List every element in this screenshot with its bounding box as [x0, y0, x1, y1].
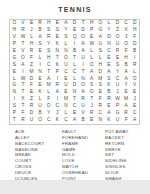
- grid-cell-r4c6: K: [53, 41, 62, 48]
- grid-cell-r2c14: X: [122, 27, 131, 34]
- grid-cell-r11c15: E: [130, 89, 139, 96]
- grid-cell-r12c8: T: [70, 96, 79, 103]
- grid-cell-r5c7: N: [62, 48, 71, 55]
- grid-cell-r7c14: B: [122, 62, 131, 69]
- grid-cell-r6c4: L: [36, 55, 45, 62]
- grid-cell-r6c8: T: [70, 55, 79, 62]
- grid-cell-r8c10: A: [87, 69, 96, 76]
- grid-cell-r11c3: E: [27, 89, 36, 96]
- grid-cell-r1c13: D: [113, 20, 122, 27]
- grid-cell-r13c14: A: [122, 103, 131, 110]
- grid-cell-r8c8: C: [70, 69, 79, 76]
- grid-cell-r3c14: J: [122, 34, 131, 41]
- grid-cell-r8c7: C: [62, 69, 71, 76]
- grid-cell-r15c3: U: [27, 117, 36, 124]
- grid-cell-r9c1: L: [10, 75, 19, 82]
- grid-cell-r6c10: L: [87, 55, 96, 62]
- grid-cell-r11c7: E: [62, 89, 71, 96]
- grid-cell-r6c6: T: [53, 55, 62, 62]
- grid-cell-r1c12: L: [105, 20, 114, 27]
- letter-grid: OVERHEADTHOLDCDHRJBSSYEDPGYZXHVWLARESQOE…: [9, 19, 140, 125]
- grid-cell-r11c11: E: [96, 89, 105, 96]
- grid-cell-r6c9: U: [79, 55, 88, 62]
- grid-cell-r1c8: D: [70, 20, 79, 27]
- grid-cell-r10c13: U: [113, 82, 122, 89]
- grid-cell-r9c13: C: [113, 75, 122, 82]
- grid-cell-r7c1: S: [10, 62, 19, 69]
- grid-cell-r2c1: H: [10, 27, 19, 34]
- grid-cell-r15c14: F: [122, 117, 131, 124]
- grid-cell-r11c12: B: [105, 89, 114, 96]
- grid-cell-r15c8: A: [70, 117, 79, 124]
- grid-cell-r6c2: O: [19, 55, 28, 62]
- grid-cell-r3c4: A: [36, 34, 45, 41]
- grid-cell-r2c2: R: [19, 27, 28, 34]
- grid-cell-r2c8: E: [70, 27, 79, 34]
- grid-cell-r11c6: A: [53, 89, 62, 96]
- grid-cell-r12c13: W: [113, 96, 122, 103]
- grid-cell-r10c3: F: [27, 82, 36, 89]
- grid-cell-r14c8: E: [70, 110, 79, 117]
- grid-cell-r14c13: G: [113, 110, 122, 117]
- grid-cell-r1c3: E: [27, 20, 36, 27]
- grid-cell-r1c5: H: [44, 20, 53, 27]
- grid-cell-r3c5: R: [44, 34, 53, 41]
- grid-cell-r11c9: A: [79, 89, 88, 96]
- grid-cell-r3c8: Q: [70, 34, 79, 41]
- grid-cell-r3c12: D: [105, 34, 114, 41]
- grid-cell-r9c15: O: [130, 75, 139, 82]
- grid-cell-r12c5: F: [44, 96, 53, 103]
- grid-cell-r12c3: Z: [27, 96, 36, 103]
- word-list-item: PUT AWAY: [105, 129, 129, 135]
- grid-cell-r4c4: S: [36, 41, 45, 48]
- grid-cell-r14c11: C: [96, 110, 105, 117]
- grid-cell-r11c5: L: [44, 89, 53, 96]
- grid-cell-r8c9: T: [79, 69, 88, 76]
- grid-cell-r12c10: T: [87, 96, 96, 103]
- grid-cell-r10c12: K: [105, 82, 114, 89]
- grid-cell-r11c13: J: [113, 89, 122, 96]
- grid-cell-r13c5: O: [44, 103, 53, 110]
- grid-cell-r7c3: Z: [27, 62, 36, 69]
- grid-cell-r5c6: N: [53, 48, 62, 55]
- word-list-item: OVERHEAD: [62, 170, 88, 176]
- grid-cell-r9c12: S: [105, 75, 114, 82]
- grid-cell-r15c5: C: [44, 117, 53, 124]
- grid-cell-r14c7: L: [62, 110, 71, 117]
- grid-cell-r7c13: S: [113, 62, 122, 69]
- grid-cell-r4c10: W: [87, 41, 96, 48]
- grid-cell-r8c13: Y: [113, 69, 122, 76]
- grid-cell-r7c5: C: [44, 62, 53, 69]
- puzzle-card: TENNIS OVERHEADTHOLDCDHRJBSSYEDPGYZXHVWL…: [0, 0, 150, 180]
- grid-cell-r10c10: S: [87, 82, 96, 89]
- grid-cell-r4c12: N: [105, 41, 114, 48]
- grid-cell-r2c5: S: [44, 27, 53, 34]
- grid-cell-r14c1: P: [10, 110, 19, 117]
- grid-cell-r15c4: O: [36, 117, 45, 124]
- grid-cell-r12c12: R: [105, 96, 114, 103]
- grid-cell-r3c15: F: [130, 34, 139, 41]
- grid-cell-r2c12: Y: [105, 27, 114, 34]
- grid-cell-r2c13: Z: [113, 27, 122, 34]
- grid-cell-r14c6: J: [53, 110, 62, 117]
- grid-cell-r4c5: Y: [44, 41, 53, 48]
- grid-cell-r15c2: R: [19, 117, 28, 124]
- grid-cell-r9c3: D: [27, 75, 36, 82]
- grid-cell-r1c14: C: [122, 20, 131, 27]
- grid-cell-r8c14: A: [122, 69, 131, 76]
- word-list-item: BACKCOURT: [15, 141, 44, 147]
- grid-cell-r14c14: R: [122, 110, 131, 117]
- puzzle-title: TENNIS: [0, 6, 150, 13]
- grid-cell-r4c13: U: [113, 41, 122, 48]
- grid-cell-r10c14: Y: [122, 82, 131, 89]
- grid-cell-r1c10: H: [87, 20, 96, 27]
- grid-cell-r6c13: E: [113, 55, 122, 62]
- grid-cell-r15c9: B: [79, 117, 88, 124]
- grid-cell-r8c15: L: [130, 69, 139, 76]
- grid-cell-r15c6: K: [53, 117, 62, 124]
- grid-cell-r9c9: N: [79, 75, 88, 82]
- grid-cell-r3c9: O: [79, 34, 88, 41]
- grid-cell-r1c7: A: [62, 20, 71, 27]
- grid-cell-r4c11: U: [96, 41, 105, 48]
- word-list-item: SMASH: [105, 176, 129, 182]
- grid-cell-r13c12: E: [105, 103, 114, 110]
- grid-cell-r10c5: M: [44, 82, 53, 89]
- grid-cell-r6c11: L: [96, 55, 105, 62]
- grid-cell-r4c8: I: [70, 41, 79, 48]
- grid-cell-r13c8: C: [70, 103, 79, 110]
- grid-cell-r13c10: J: [87, 103, 96, 110]
- grid-cell-r5c4: E: [36, 48, 45, 55]
- grid-cell-r2c6: S: [53, 27, 62, 34]
- grid-cell-r13c7: N: [62, 103, 71, 110]
- grid-cell-r14c10: R: [87, 110, 96, 117]
- grid-cell-r12c2: X: [19, 96, 28, 103]
- grid-cell-r12c9: R: [79, 96, 88, 103]
- grid-cell-r5c1: E: [10, 48, 19, 55]
- grid-cell-r5c13: R: [113, 48, 122, 55]
- grid-cell-r5c8: B: [70, 48, 79, 55]
- grid-cell-r10c11: S: [96, 82, 105, 89]
- grid-cell-r14c9: V: [79, 110, 88, 117]
- grid-cell-r5c9: A: [79, 48, 88, 55]
- grid-cell-r6c7: O: [62, 55, 71, 62]
- grid-cell-r11c1: N: [10, 89, 19, 96]
- grid-cell-r3c1: V: [10, 34, 19, 41]
- grid-cell-r1c4: R: [36, 20, 45, 27]
- grid-cell-r13c1: S: [10, 103, 19, 110]
- grid-cell-r5c12: C: [105, 48, 114, 55]
- grid-cell-r8c5: T: [44, 69, 53, 76]
- grid-cell-r6c12: E: [105, 55, 114, 62]
- grid-cell-r9c6: I: [53, 75, 62, 82]
- grid-cell-r15c11: N: [96, 117, 105, 124]
- grid-cell-r15c12: K: [105, 117, 114, 124]
- grid-cell-r14c3: D: [27, 110, 36, 117]
- word-list-column-1: ACEALLEYBACKCOURTBASELINEBREAKCOURTCROSS…: [15, 129, 44, 182]
- grid-cell-r6c5: H: [44, 55, 53, 62]
- grid-cell-r2c10: P: [87, 27, 96, 34]
- grid-cell-r4c9: A: [79, 41, 88, 48]
- grid-cell-r15c7: C: [62, 117, 71, 124]
- grid-cell-r7c10: O: [87, 62, 96, 69]
- grid-cell-r15c1: T: [10, 117, 19, 124]
- grid-cell-r5c5: S: [44, 48, 53, 55]
- grid-cell-r9c8: L: [70, 75, 79, 82]
- grid-cell-r10c7: U: [62, 82, 71, 89]
- grid-cell-r1c1: O: [10, 20, 19, 27]
- grid-cell-r5c15: B: [130, 48, 139, 55]
- grid-cell-r12c1: I: [10, 96, 19, 103]
- grid-cell-r7c9: I: [79, 62, 88, 69]
- grid-cell-r6c3: F: [27, 55, 36, 62]
- grid-cell-r13c3: R: [27, 103, 36, 110]
- grid-cell-r12c6: I: [53, 96, 62, 103]
- grid-cell-r4c15: D: [130, 41, 139, 48]
- grid-cell-r4c14: O: [122, 41, 131, 48]
- grid-cell-r11c10: O: [87, 89, 96, 96]
- grid-cell-r8c2: I: [19, 69, 28, 76]
- grid-cell-r9c5: A: [44, 75, 53, 82]
- grid-cell-r8c4: N: [36, 69, 45, 76]
- grid-cell-r12c4: L: [36, 96, 45, 103]
- grid-cell-r6c1: G: [10, 55, 19, 62]
- grid-cell-r3c3: L: [27, 34, 36, 41]
- grid-cell-r14c4: B: [36, 110, 45, 117]
- grid-cell-r7c4: I: [36, 62, 45, 69]
- grid-cell-r6c14: H: [122, 55, 131, 62]
- grid-cell-r4c1: P: [10, 41, 19, 48]
- grid-cell-r1c9: T: [79, 20, 88, 27]
- word-list-item: FOREHAND: [62, 135, 88, 141]
- grid-cell-r8c1: E: [10, 69, 19, 76]
- grid-cell-r9c14: A: [122, 75, 131, 82]
- grid-cell-r4c2: T: [19, 41, 28, 48]
- grid-cell-r8c3: M: [27, 69, 36, 76]
- grid-cell-r11c4: K: [36, 89, 45, 96]
- grid-cell-r14c5: Y: [44, 110, 53, 117]
- grid-cell-r10c15: V: [130, 82, 139, 89]
- grid-cell-r2c11: G: [96, 27, 105, 34]
- grid-cell-r3c11: A: [96, 34, 105, 41]
- grid-cell-r3c2: W: [19, 34, 28, 41]
- grid-cell-r14c2: F: [19, 110, 28, 117]
- grid-cell-r10c1: G: [10, 82, 19, 89]
- grid-cell-r9c7: E: [62, 75, 71, 82]
- grid-cell-r9c4: E: [36, 75, 45, 82]
- grid-cell-r9c11: M: [96, 75, 105, 82]
- grid-cell-r13c13: P: [113, 103, 122, 110]
- grid-cell-r12c15: J: [130, 96, 139, 103]
- grid-cell-r6c15: I: [130, 55, 139, 62]
- grid-cell-r8c11: D: [96, 69, 105, 76]
- grid-cell-r10c8: D: [70, 82, 79, 89]
- grid-cell-r11c14: E: [122, 89, 131, 96]
- word-list: ACEALLEYBACKCOURTBASELINEBREAKCOURTCROSS…: [0, 129, 150, 183]
- worksheet-page: TENNIS OVERHEADTHOLDCDHRJBSSYEDPGYZXHVWL…: [0, 0, 150, 194]
- grid-cell-r7c12: E: [105, 62, 114, 69]
- grid-cell-r7c8: L: [70, 62, 79, 69]
- grid-cell-r8c12: A: [105, 69, 114, 76]
- grid-cell-r14c15: C: [130, 110, 139, 117]
- grid-cell-r7c15: R: [130, 62, 139, 69]
- grid-cell-r7c6: K: [53, 62, 62, 69]
- word-list-item: POINT: [62, 176, 88, 182]
- grid-cell-r15c15: A: [130, 117, 139, 124]
- grid-cell-r1c2: V: [19, 20, 28, 27]
- grid-cell-r3c7: S: [62, 34, 71, 41]
- grid-cell-r12c11: F: [96, 96, 105, 103]
- grid-cell-r7c11: H: [96, 62, 105, 69]
- grid-cell-r15c10: E: [87, 117, 96, 124]
- grid-cell-r13c2: T: [19, 103, 28, 110]
- grid-cell-r13c9: U: [79, 103, 88, 110]
- grid-cell-r5c11: S: [96, 48, 105, 55]
- grid-cell-r2c3: J: [27, 27, 36, 34]
- grid-cell-r13c6: C: [53, 103, 62, 110]
- grid-cell-r13c11: R: [96, 103, 105, 110]
- grid-cell-r5c14: F: [122, 48, 131, 55]
- grid-cell-r11c8: N: [70, 89, 79, 96]
- grid-cell-r3c6: E: [53, 34, 62, 41]
- grid-cell-r1c6: E: [53, 20, 62, 27]
- grid-cell-r12c14: M: [122, 96, 131, 103]
- grid-cell-r15c13: U: [113, 117, 122, 124]
- grid-cell-r10c6: R: [53, 82, 62, 89]
- grid-cell-r10c2: T: [19, 82, 28, 89]
- grid-cell-r2c15: H: [130, 27, 139, 34]
- grid-cell-r5c3: R: [27, 48, 36, 55]
- grid-cell-r9c10: A: [87, 75, 96, 82]
- grid-cell-r12c7: M: [62, 96, 71, 103]
- grid-cell-r10c4: E: [36, 82, 45, 89]
- grid-cell-r5c2: V: [19, 48, 28, 55]
- grid-cell-r13c4: U: [36, 103, 45, 110]
- grid-cell-r2c9: D: [79, 27, 88, 34]
- grid-cell-r1c11: O: [96, 20, 105, 27]
- grid-cell-r9c2: W: [19, 75, 28, 82]
- grid-cell-r2c7: Y: [62, 27, 71, 34]
- grid-cell-r14c12: A: [105, 110, 114, 117]
- grid-cell-r13c15: E: [130, 103, 139, 110]
- grid-cell-r8c6: P: [53, 69, 62, 76]
- grid-cell-r7c7: U: [62, 62, 71, 69]
- grid-cell-r4c7: L: [62, 41, 71, 48]
- grid-cell-r4c3: H: [27, 41, 36, 48]
- grid-cell-r5c10: L: [87, 48, 96, 55]
- grid-cell-r3c13: O: [113, 34, 122, 41]
- grid-cell-r3c10: E: [87, 34, 96, 41]
- word-list-item: DOUBLES: [15, 176, 44, 182]
- grid-cell-r10c9: O: [79, 82, 88, 89]
- grid-cell-r7c2: A: [19, 62, 28, 69]
- grid-cell-r1c15: D: [130, 20, 139, 27]
- grid-cell-r2c4: B: [36, 27, 45, 34]
- grid-cell-r11c2: T: [19, 89, 28, 96]
- word-list-column-3: PUT AWAYRACKETRETURNSERVESETSIDELINESING…: [105, 129, 129, 182]
- word-list-column-2: FAULTFOREHANDFRAMEGAMEHOLDLOVEMATCHOVERH…: [62, 129, 88, 182]
